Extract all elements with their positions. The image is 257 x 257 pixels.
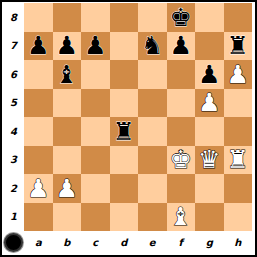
square-f4[interactable] xyxy=(167,117,196,146)
square-b7[interactable]: ♟ xyxy=(53,32,82,61)
square-e8[interactable] xyxy=(138,3,167,32)
square-e6[interactable] xyxy=(138,60,167,89)
white-king-f3[interactable]: ♚ xyxy=(170,147,192,172)
square-a5[interactable] xyxy=(24,89,53,118)
square-d6[interactable] xyxy=(110,60,139,89)
black-pawn-g6[interactable]: ♟ xyxy=(198,62,220,87)
file-label-g: g xyxy=(195,237,224,248)
square-g7[interactable] xyxy=(195,32,224,61)
square-b6[interactable]: ♝ xyxy=(53,60,82,89)
square-g8[interactable] xyxy=(195,3,224,32)
square-e3[interactable] xyxy=(138,146,167,175)
rank-label-5: 5 xyxy=(3,89,24,118)
square-a7[interactable]: ♟ xyxy=(24,32,53,61)
file-label-a: a xyxy=(24,237,53,248)
square-f8[interactable]: ♚ xyxy=(167,3,196,32)
square-d3[interactable] xyxy=(110,146,139,175)
diagram-layout: 87654321 ♚♟♟♟♞♟♜♝♟♟♟♜♚♛♜♟♟♝ abcdefgh xyxy=(3,3,252,253)
black-king-f8[interactable]: ♚ xyxy=(170,5,192,30)
rank-label-8: 8 xyxy=(3,3,24,32)
square-c6[interactable] xyxy=(81,60,110,89)
square-f7[interactable]: ♟ xyxy=(167,32,196,61)
white-pawn-h6[interactable]: ♟ xyxy=(227,62,249,87)
square-b1[interactable] xyxy=(53,203,82,232)
square-a2[interactable]: ♟ xyxy=(24,174,53,203)
square-e2[interactable] xyxy=(138,174,167,203)
square-h7[interactable]: ♜ xyxy=(224,32,253,61)
square-c4[interactable] xyxy=(81,117,110,146)
square-f3[interactable]: ♚ xyxy=(167,146,196,175)
black-rook-h7[interactable]: ♜ xyxy=(227,33,249,58)
file-labels-row: abcdefgh xyxy=(3,231,24,253)
square-a8[interactable] xyxy=(24,3,53,32)
square-e7[interactable]: ♞ xyxy=(138,32,167,61)
square-h3[interactable]: ♜ xyxy=(224,146,253,175)
black-pawn-a7[interactable]: ♟ xyxy=(27,33,49,58)
white-rook-h3[interactable]: ♜ xyxy=(227,147,249,172)
rank-labels: 87654321 xyxy=(3,3,24,231)
square-g3[interactable]: ♛ xyxy=(195,146,224,175)
square-b8[interactable] xyxy=(53,3,82,32)
file-label-e: e xyxy=(138,237,167,248)
square-g6[interactable]: ♟ xyxy=(195,60,224,89)
square-d4[interactable]: ♜ xyxy=(110,117,139,146)
black-bishop-b6[interactable]: ♝ xyxy=(56,62,78,87)
rank-label-6: 6 xyxy=(3,60,24,89)
square-d1[interactable] xyxy=(110,203,139,232)
square-h8[interactable] xyxy=(224,3,253,32)
chess-board: ♚♟♟♟♞♟♜♝♟♟♟♜♚♛♜♟♟♝ xyxy=(24,3,252,231)
square-e5[interactable] xyxy=(138,89,167,118)
square-b5[interactable] xyxy=(53,89,82,118)
file-label-c: c xyxy=(81,237,110,248)
square-b2[interactable]: ♟ xyxy=(53,174,82,203)
square-c1[interactable] xyxy=(81,203,110,232)
square-h1[interactable] xyxy=(224,203,253,232)
black-to-move-indicator xyxy=(4,233,23,252)
square-g5[interactable]: ♟ xyxy=(195,89,224,118)
square-a1[interactable] xyxy=(24,203,53,232)
file-label-f: f xyxy=(167,237,196,248)
rank-label-1: 1 xyxy=(3,203,24,232)
white-pawn-g5[interactable]: ♟ xyxy=(198,90,220,115)
rank-label-3: 3 xyxy=(3,146,24,175)
square-c2[interactable] xyxy=(81,174,110,203)
square-c3[interactable] xyxy=(81,146,110,175)
square-d2[interactable] xyxy=(110,174,139,203)
square-f2[interactable] xyxy=(167,174,196,203)
square-d5[interactable] xyxy=(110,89,139,118)
square-f1[interactable]: ♝ xyxy=(167,203,196,232)
square-g1[interactable] xyxy=(195,203,224,232)
square-h2[interactable] xyxy=(224,174,253,203)
square-c5[interactable] xyxy=(81,89,110,118)
white-queen-g3[interactable]: ♛ xyxy=(198,147,220,172)
square-a4[interactable] xyxy=(24,117,53,146)
file-label-h: h xyxy=(224,237,253,248)
square-h5[interactable] xyxy=(224,89,253,118)
black-knight-e7[interactable]: ♞ xyxy=(141,33,163,58)
rank-label-2: 2 xyxy=(3,174,24,203)
square-g2[interactable] xyxy=(195,174,224,203)
square-h4[interactable] xyxy=(224,117,253,146)
square-f6[interactable] xyxy=(167,60,196,89)
square-d8[interactable] xyxy=(110,3,139,32)
file-label-d: d xyxy=(110,237,139,248)
file-label-b: b xyxy=(53,237,82,248)
rank-label-4: 4 xyxy=(3,117,24,146)
chess-diagram: 87654321 ♚♟♟♟♞♟♜♝♟♟♟♜♚♛♜♟♟♝ abcdefgh xyxy=(0,0,257,257)
square-c8[interactable] xyxy=(81,3,110,32)
square-e1[interactable] xyxy=(138,203,167,232)
black-rook-d4[interactable]: ♜ xyxy=(113,119,135,144)
square-c7[interactable]: ♟ xyxy=(81,32,110,61)
rank-label-7: 7 xyxy=(3,32,24,61)
black-pawn-c7[interactable]: ♟ xyxy=(84,33,106,58)
white-pawn-b2[interactable]: ♟ xyxy=(56,176,78,201)
white-bishop-f1[interactable]: ♝ xyxy=(170,204,192,229)
square-d7[interactable] xyxy=(110,32,139,61)
square-h6[interactable]: ♟ xyxy=(224,60,253,89)
black-pawn-f7[interactable]: ♟ xyxy=(170,33,192,58)
square-b3[interactable] xyxy=(53,146,82,175)
square-a3[interactable] xyxy=(24,146,53,175)
square-e4[interactable] xyxy=(138,117,167,146)
square-a6[interactable] xyxy=(24,60,53,89)
square-g4[interactable] xyxy=(195,117,224,146)
white-pawn-a2[interactable]: ♟ xyxy=(27,176,49,201)
square-f5[interactable] xyxy=(167,89,196,118)
side-to-move-corner xyxy=(3,233,24,252)
square-b4[interactable] xyxy=(53,117,82,146)
black-pawn-b7[interactable]: ♟ xyxy=(56,33,78,58)
